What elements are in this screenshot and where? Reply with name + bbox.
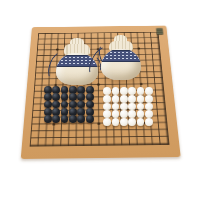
- star-point: [140, 83, 143, 85]
- board-seal-icon: [156, 28, 163, 34]
- go-set-product-photo: [0, 0, 200, 200]
- right-bag-body: [101, 49, 141, 80]
- right-drawstring-bag: [101, 35, 141, 83]
- star-point: [142, 122, 145, 125]
- star-point: [97, 122, 100, 125]
- board-tilt-wrapper: [0, 0, 200, 200]
- star-point: [52, 123, 55, 126]
